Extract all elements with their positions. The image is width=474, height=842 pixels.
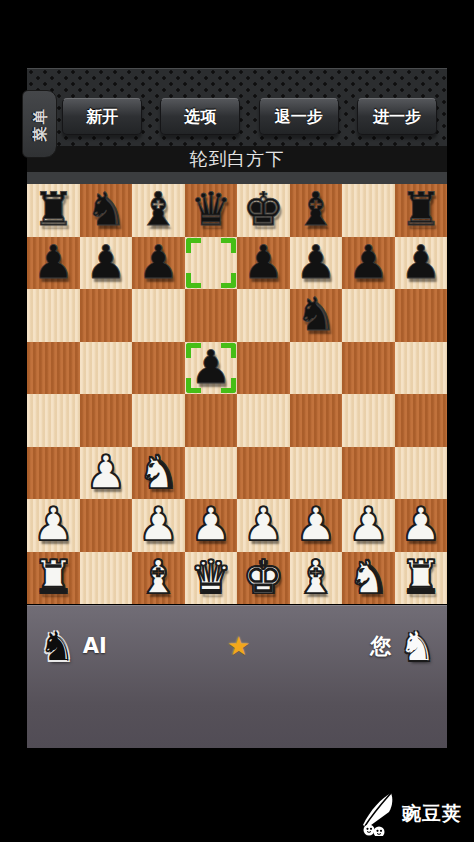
ai-player-label: AI [83,634,107,658]
white-knight-icon: ♞ [399,626,435,666]
square-c1[interactable]: ♝ [132,552,185,605]
square-d3[interactable] [185,447,238,500]
white-pawn-piece: ♟ [80,447,133,500]
square-f7[interactable]: ♟ [290,237,343,290]
square-c3[interactable]: ♞ [132,447,185,500]
square-d4[interactable] [185,394,238,447]
black-knight-piece: ♞ [80,184,133,237]
player-info-panel: ♞ AI ★ 您 ♞ [27,605,447,748]
app-screen: 菜单 新开 选项 退一步 进一步 轮到白方下 ♜♞♝♛♚♝♜♟♟♟♟♟♟♟♞♟♟… [0,0,474,842]
square-h4[interactable] [395,394,448,447]
separator-strip [27,172,447,184]
options-button[interactable]: 选项 [160,98,240,135]
square-a5[interactable] [27,342,80,395]
square-h5[interactable] [395,342,448,395]
white-pawn-piece: ♟ [290,499,343,552]
black-king-piece: ♚ [237,184,290,237]
watermark: 豌豆荚 [360,792,462,836]
new-game-button[interactable]: 新开 [62,98,142,135]
square-g5[interactable] [342,342,395,395]
square-e8[interactable]: ♚ [237,184,290,237]
white-rook-piece: ♜ [395,552,448,605]
square-d1[interactable]: ♛ [185,552,238,605]
square-c5[interactable] [132,342,185,395]
square-d6[interactable] [185,289,238,342]
redo-move-button[interactable]: 进一步 [357,98,437,135]
white-knight-piece: ♞ [342,552,395,605]
turn-status-text: 轮到白方下 [27,146,447,172]
square-g6[interactable] [342,289,395,342]
square-f5[interactable] [290,342,343,395]
move-highlight-corner [186,238,201,253]
square-c4[interactable] [132,394,185,447]
square-d8[interactable]: ♛ [185,184,238,237]
white-pawn-piece: ♟ [27,499,80,552]
black-pawn-piece: ♟ [132,237,185,290]
square-b6[interactable] [80,289,133,342]
undo-move-button[interactable]: 退一步 [259,98,339,135]
square-a8[interactable]: ♜ [27,184,80,237]
square-a7[interactable]: ♟ [27,237,80,290]
square-g1[interactable]: ♞ [342,552,395,605]
white-pawn-piece: ♟ [132,499,185,552]
square-h7[interactable]: ♟ [395,237,448,290]
square-e5[interactable] [237,342,290,395]
move-highlight-corner [186,273,201,288]
toolbar-buttons-row: 新开 选项 退一步 进一步 [27,98,447,135]
square-g7[interactable]: ♟ [342,237,395,290]
white-rook-piece: ♜ [27,552,80,605]
square-d7[interactable] [185,237,238,290]
white-bishop-piece: ♝ [132,552,185,605]
white-pawn-piece: ♟ [237,499,290,552]
square-d5[interactable]: ♟ [185,342,238,395]
black-rook-piece: ♜ [395,184,448,237]
move-highlight-corner [186,343,201,358]
move-highlight-corner [221,378,236,393]
black-pawn-piece: ♟ [237,237,290,290]
menu-tab[interactable]: 菜单 [22,90,57,158]
square-f2[interactable]: ♟ [290,499,343,552]
square-h3[interactable] [395,447,448,500]
square-h6[interactable] [395,289,448,342]
square-f4[interactable] [290,394,343,447]
square-b4[interactable] [80,394,133,447]
chess-board: ♜♞♝♛♚♝♜♟♟♟♟♟♟♟♞♟♟♞♟♟♟♟♟♟♟♜♝♛♚♝♞♜ [27,184,447,604]
move-highlight-corner [221,343,236,358]
square-f3[interactable] [290,447,343,500]
black-knight-piece: ♞ [290,289,343,342]
black-bishop-piece: ♝ [290,184,343,237]
square-h8[interactable]: ♜ [395,184,448,237]
black-knight-icon: ♞ [39,626,75,666]
square-h2[interactable]: ♟ [395,499,448,552]
black-bishop-piece: ♝ [132,184,185,237]
white-pawn-piece: ♟ [185,499,238,552]
square-a2[interactable]: ♟ [27,499,80,552]
square-c2[interactable]: ♟ [132,499,185,552]
square-b3[interactable]: ♟ [80,447,133,500]
move-highlight-corner [186,378,201,393]
square-d2[interactable]: ♟ [185,499,238,552]
square-a6[interactable] [27,289,80,342]
black-pawn-piece: ♟ [80,237,133,290]
star-icon: ★ [115,631,362,661]
square-g8[interactable] [342,184,395,237]
square-e4[interactable] [237,394,290,447]
move-highlight-corner [221,238,236,253]
black-pawn-piece: ♟ [290,237,343,290]
square-b8[interactable]: ♞ [80,184,133,237]
square-c8[interactable]: ♝ [132,184,185,237]
square-c7[interactable]: ♟ [132,237,185,290]
square-a3[interactable] [27,447,80,500]
square-f1[interactable]: ♝ [290,552,343,605]
white-king-piece: ♚ [237,552,290,605]
black-pawn-piece: ♟ [27,237,80,290]
square-a4[interactable] [27,394,80,447]
black-rook-piece: ♜ [27,184,80,237]
square-b5[interactable] [80,342,133,395]
wandoujia-pea-logo-icon [360,792,396,836]
menu-tab-label: 菜单 [30,107,49,141]
player-row: ♞ AI ★ 您 ♞ [27,616,447,676]
square-a1[interactable]: ♜ [27,552,80,605]
white-pawn-piece: ♟ [395,499,448,552]
square-e6[interactable] [237,289,290,342]
square-b1[interactable] [80,552,133,605]
square-e1[interactable]: ♚ [237,552,290,605]
square-g2[interactable]: ♟ [342,499,395,552]
square-c6[interactable] [132,289,185,342]
black-pawn-piece: ♟ [395,237,448,290]
white-knight-piece: ♞ [132,447,185,500]
square-b7[interactable]: ♟ [80,237,133,290]
black-queen-piece: ♛ [185,184,238,237]
square-e7[interactable]: ♟ [237,237,290,290]
square-g4[interactable] [342,394,395,447]
square-e3[interactable] [237,447,290,500]
white-queen-piece: ♛ [185,552,238,605]
square-e2[interactable]: ♟ [237,499,290,552]
square-g3[interactable] [342,447,395,500]
square-b2[interactable] [80,499,133,552]
white-pawn-piece: ♟ [342,499,395,552]
human-player-label: 您 [370,632,391,660]
watermark-text: 豌豆荚 [402,801,462,827]
square-f6[interactable]: ♞ [290,289,343,342]
move-highlight-corner [221,273,236,288]
white-bishop-piece: ♝ [290,552,343,605]
black-pawn-piece: ♟ [342,237,395,290]
square-h1[interactable]: ♜ [395,552,448,605]
square-f8[interactable]: ♝ [290,184,343,237]
